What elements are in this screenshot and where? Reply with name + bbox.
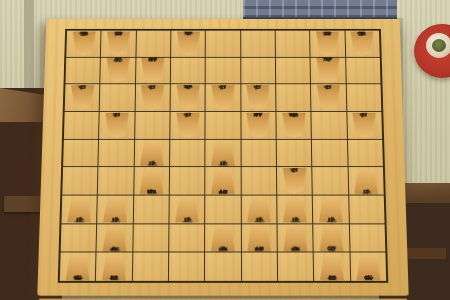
board-cell[interactable] <box>350 224 386 252</box>
shogi-piece-sente[interactable]: 歩兵 <box>210 140 236 165</box>
board-cell[interactable] <box>346 57 381 83</box>
board-cell[interactable]: 歩兵 <box>206 139 241 166</box>
board-cell[interactable] <box>241 31 275 57</box>
board-cell[interactable] <box>63 139 98 166</box>
board-cell[interactable]: 桂馬 <box>101 31 135 57</box>
board-cell[interactable] <box>136 31 170 57</box>
board-cell[interactable]: 角行 <box>311 57 346 83</box>
shogi-piece-gote[interactable]: 香車 <box>350 31 376 55</box>
board-cell[interactable] <box>346 85 381 111</box>
board-cell[interactable] <box>170 139 205 166</box>
shogi-piece-gote[interactable]: 歩兵 <box>69 85 95 110</box>
board-cell[interactable] <box>169 224 204 252</box>
board-cell[interactable] <box>133 253 169 281</box>
board-cell[interactable]: 銀将 <box>206 167 241 194</box>
board-cell[interactable] <box>205 196 240 224</box>
board-cell[interactable] <box>170 167 205 194</box>
shogi-piece-gote[interactable]: 桂馬 <box>106 31 131 55</box>
board-cell[interactable] <box>62 167 97 194</box>
shogi-piece-sente[interactable]: 角行 <box>101 225 127 251</box>
shogi-piece-gote[interactable]: 香車 <box>71 31 97 55</box>
board-block: 香車桂馬金将桂馬香車王将銀将角行歩兵歩兵金将歩兵歩兵歩兵歩兵歩兵銀将飛車歩兵歩兵… <box>37 19 408 296</box>
shogi-piece-sente[interactable]: 金将 <box>210 225 236 251</box>
board-cell[interactable]: 歩兵 <box>241 85 275 111</box>
shogi-board: 香車桂馬金将桂馬香車王将銀将角行歩兵歩兵金将歩兵歩兵歩兵歩兵歩兵銀将飛車歩兵歩兵… <box>37 19 409 300</box>
tatami-seam <box>24 0 34 100</box>
board-cell[interactable] <box>99 139 134 166</box>
board-cell[interactable] <box>241 139 276 166</box>
board-grid: 香車桂馬金将桂馬香車王将銀将角行歩兵歩兵金将歩兵歩兵歩兵歩兵歩兵銀将飛車歩兵歩兵… <box>58 29 389 283</box>
board-cell[interactable]: 歩兵 <box>311 85 346 111</box>
board-cell[interactable] <box>312 139 347 166</box>
shogi-piece-sente[interactable]: 金将 <box>282 225 308 251</box>
board-cell[interactable]: 香車 <box>60 253 96 281</box>
board-cell[interactable]: 香車 <box>345 31 380 57</box>
shogi-piece-sente[interactable]: 銀将 <box>246 225 272 251</box>
shogi-piece-gote[interactable]: 歩兵 <box>210 85 235 110</box>
shogi-piece-gote[interactable]: 歩兵 <box>352 113 378 138</box>
board-cell[interactable] <box>312 112 347 139</box>
board-cell[interactable] <box>206 31 240 57</box>
board-cell[interactable]: 歩兵 <box>277 167 312 194</box>
board-cell[interactable] <box>206 112 240 139</box>
shogi-piece-sente[interactable]: 玉将 <box>318 225 344 251</box>
board-cell[interactable] <box>65 57 100 83</box>
board-cell[interactable] <box>206 57 240 83</box>
seat-cushion <box>243 0 397 19</box>
board-cell[interactable]: 歩兵 <box>277 196 312 224</box>
shogi-piece-gote[interactable]: 銀将 <box>246 113 271 138</box>
shogi-piece-sente[interactable]: 歩兵 <box>282 196 308 222</box>
board-cell[interactable]: 銀将 <box>241 112 276 139</box>
board-cell[interactable] <box>169 253 204 281</box>
shogi-piece-sente[interactable]: 歩兵 <box>318 196 344 222</box>
board-cell[interactable]: 歩兵 <box>348 167 383 194</box>
board-cell[interactable]: 歩兵 <box>65 85 100 111</box>
board-cell[interactable] <box>98 167 133 194</box>
board-cell[interactable] <box>61 224 97 252</box>
board-cell[interactable] <box>313 167 348 194</box>
board-cell[interactable]: 歩兵 <box>169 196 204 224</box>
board-cell[interactable]: 王将 <box>101 57 136 83</box>
board-cell[interactable]: 歩兵 <box>135 85 170 111</box>
shogi-piece-gote[interactable]: 歩兵 <box>175 113 200 138</box>
board-cell[interactable] <box>242 253 277 281</box>
board-cell[interactable]: 銀将 <box>136 57 170 83</box>
board-cell[interactable]: 香車 <box>350 253 386 281</box>
shogi-piece-sente[interactable]: 歩兵 <box>246 196 272 222</box>
tea-surface <box>432 39 446 52</box>
shogi-piece-sente[interactable]: 飛車 <box>139 168 165 194</box>
board-cell[interactable]: 桂馬 <box>310 31 344 57</box>
board-cell[interactable]: 飛車 <box>276 112 311 139</box>
shogi-piece-sente[interactable]: 香車 <box>64 254 91 280</box>
board-cell[interactable] <box>278 253 314 281</box>
board-cell[interactable]: 飛車 <box>134 167 169 194</box>
board-cell[interactable]: 歩兵 <box>97 196 132 224</box>
shogi-piece-sente[interactable]: 歩兵 <box>139 140 165 165</box>
board-cell[interactable]: 玉将 <box>314 224 350 252</box>
board-cell[interactable]: 歩兵 <box>61 196 97 224</box>
board-cell[interactable]: 金将 <box>278 224 313 252</box>
shogi-piece-sente[interactable]: 香車 <box>355 254 382 280</box>
board-cell[interactable]: 金将 <box>171 85 205 111</box>
board-cell[interactable] <box>276 31 310 57</box>
board-cell[interactable]: 歩兵 <box>206 85 240 111</box>
board-cell[interactable] <box>241 167 276 194</box>
board-cell[interactable] <box>277 139 312 166</box>
board-cell[interactable]: 桂馬 <box>314 253 350 281</box>
board-cell[interactable] <box>100 85 135 111</box>
board-cell[interactable]: 銀将 <box>241 224 276 252</box>
shogi-piece-gote[interactable]: 金将 <box>176 31 201 55</box>
board-cell[interactable] <box>133 224 168 252</box>
shogi-piece-sente[interactable]: 歩兵 <box>102 196 128 222</box>
board-cell[interactable] <box>133 196 168 224</box>
shogi-piece-gote[interactable]: 銀将 <box>140 58 165 83</box>
board-cell[interactable] <box>171 57 205 83</box>
shogi-piece-sente[interactable]: 歩兵 <box>174 196 200 222</box>
board-cell[interactable]: 歩兵 <box>241 196 276 224</box>
board-cell[interactable]: 角行 <box>97 224 133 252</box>
shogi-piece-gote[interactable]: 歩兵 <box>104 113 130 138</box>
board-cell[interactable]: 歩兵 <box>99 112 134 139</box>
shogi-piece-sente[interactable]: 歩兵 <box>353 168 379 194</box>
board-cell[interactable] <box>276 85 311 111</box>
shogi-piece-gote[interactable]: 歩兵 <box>140 85 166 110</box>
shogi-piece-gote[interactable]: 桂馬 <box>315 31 340 55</box>
board-cell[interactable] <box>64 112 99 139</box>
shogi-piece-sente[interactable]: 桂馬 <box>319 254 345 280</box>
shogi-piece-gote[interactable]: 歩兵 <box>246 85 271 110</box>
board-cell[interactable] <box>135 112 170 139</box>
shogi-piece-sente[interactable]: 歩兵 <box>66 196 92 222</box>
board-cell[interactable] <box>205 253 240 281</box>
shogi-piece-gote[interactable]: 歩兵 <box>282 168 308 194</box>
board-cell[interactable] <box>241 57 275 83</box>
board-cell[interactable] <box>348 139 383 166</box>
board-cell[interactable]: 金将 <box>205 224 240 252</box>
board-cell[interactable]: 香車 <box>66 31 101 57</box>
board-cell[interactable] <box>276 57 310 83</box>
board-cell[interactable]: 歩兵 <box>170 112 205 139</box>
shogi-piece-gote[interactable]: 歩兵 <box>316 85 342 110</box>
board-cell[interactable]: 歩兵 <box>313 196 348 224</box>
shogi-piece-gote[interactable]: 王将 <box>105 58 131 83</box>
shogi-piece-gote[interactable]: 金将 <box>175 85 200 110</box>
shogi-piece-gote[interactable]: 角行 <box>315 58 341 83</box>
board-cell[interactable] <box>349 196 385 224</box>
shogi-piece-sente[interactable]: 桂馬 <box>101 254 127 280</box>
board-cell[interactable]: 歩兵 <box>134 139 169 166</box>
board-cell[interactable]: 歩兵 <box>347 112 382 139</box>
shogi-piece-sente[interactable]: 銀将 <box>210 168 236 194</box>
board-cell[interactable]: 金将 <box>171 31 205 57</box>
shogi-piece-gote[interactable]: 飛車 <box>281 113 307 138</box>
board-cell[interactable]: 桂馬 <box>96 253 132 281</box>
